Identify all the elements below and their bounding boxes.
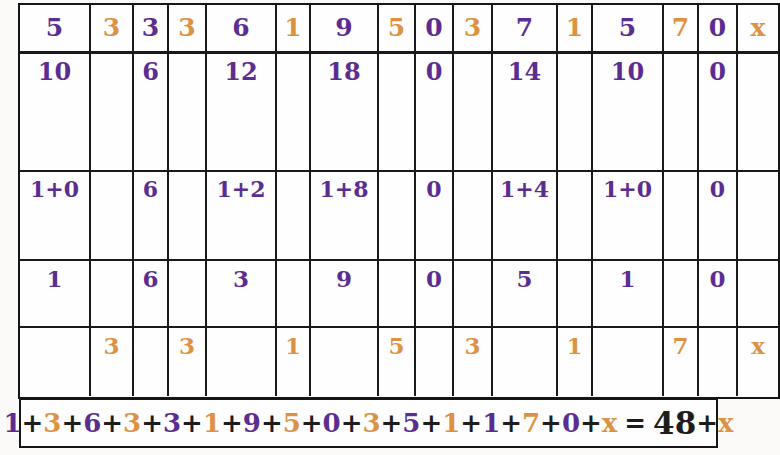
equation-token: 0 [562,408,580,438]
cell-doubled-row-col1: 10 [20,54,91,172]
cell-untouched-digits-row-col3 [134,328,169,396]
equation-token: = [624,408,646,438]
checksum-equation: 1+3+6+3+3+1+9+5+0+3+5+1+1+7+0+x=48+x [19,398,718,448]
cell-untouched-digits-row-col14: 7 [664,328,699,396]
equation-token: + [101,408,123,438]
cell-untouched-digits-row-col8: 5 [379,328,416,396]
cell-digits-row-col15: 0 [699,5,738,54]
equation-token: 6 [83,408,101,438]
cell-digit-split-row-col12 [558,172,593,261]
cell-digit-split-row-col2 [91,172,134,261]
equation-token: 5 [402,408,420,438]
equation-token: + [301,408,323,438]
cell-digits-row-col5: 6 [207,5,277,54]
equation-token: + [500,408,522,438]
cell-untouched-digits-row-col16: x [738,328,778,396]
equation-token: + [61,408,83,438]
cell-digits-row-col10: 3 [454,5,493,54]
cell-digit-split-row-col11: 1+4 [493,172,558,261]
cell-doubled-row-col14 [664,54,699,172]
cell-digit-sum-row-col11: 5 [493,261,558,328]
equation-token: 3 [123,408,141,438]
cell-digit-sum-row-col16 [738,261,778,328]
cell-digit-sum-row-col10 [454,261,493,328]
cell-digit-split-row-col10 [454,172,493,261]
cell-digit-sum-row-col7: 9 [311,261,379,328]
cell-untouched-digits-row-col9 [416,328,454,396]
cell-digit-split-row-col16 [738,172,778,261]
cell-doubled-row-col15: 0 [699,54,738,172]
cell-untouched-digits-row-col1 [20,328,91,396]
cell-digits-row-col1: 5 [20,5,91,54]
cell-digits-row-col16: x [738,5,778,54]
equation-token: + [221,408,243,438]
cell-digit-sum-row-col15: 0 [699,261,738,328]
cell-digit-split-row-col15: 0 [699,172,738,261]
cell-digits-row-col2: 3 [91,5,134,54]
cell-digit-sum-row-col1: 1 [20,261,91,328]
equation-token: 5 [283,408,301,438]
equation-token: + [141,408,163,438]
equation-token: 9 [243,408,261,438]
cell-digits-row-col9: 0 [416,5,454,54]
cell-digit-split-row-col3: 6 [134,172,169,261]
equation-token: + [540,408,562,438]
cell-doubled-row-col8 [379,54,416,172]
equation-token: x [602,408,618,438]
cell-digits-row-col13: 5 [593,5,664,54]
cell-digit-sum-row-col6 [277,261,311,328]
equation-token: 0 [323,408,341,438]
equation-token: 48 [653,405,696,441]
cell-digits-row-col7: 9 [311,5,379,54]
cell-digit-split-row-col4 [169,172,207,261]
cell-digit-sum-row-col9: 0 [416,261,454,328]
cell-digit-split-row-col9: 0 [416,172,454,261]
cell-doubled-row-col5: 12 [207,54,277,172]
cell-untouched-digits-row-col13 [593,328,664,396]
cell-digit-sum-row-col2 [91,261,134,328]
cell-untouched-digits-row-col5 [207,328,277,396]
equation-token: 1 [482,408,500,438]
cell-untouched-digits-row-col4: 3 [169,328,207,396]
cell-doubled-row-col9: 0 [416,54,454,172]
equation-token: + [420,408,442,438]
cell-digit-sum-row-col12 [558,261,593,328]
cell-doubled-row-col2 [91,54,134,172]
cell-digits-row-col8: 5 [379,5,416,54]
equation-token: + [460,408,482,438]
equation-token: + [22,408,44,438]
cell-digit-split-row-col6 [277,172,311,261]
cell-digits-row-col3: 3 [134,5,169,54]
cell-untouched-digits-row-col15 [699,328,738,396]
cell-doubled-row-col11: 14 [493,54,558,172]
cell-doubled-row-col16 [738,54,778,172]
cell-digit-split-row-col5: 1+2 [207,172,277,261]
cell-doubled-row-col3: 6 [134,54,169,172]
cell-digit-sum-row-col4 [169,261,207,328]
cell-digit-sum-row-col5: 3 [207,261,277,328]
cell-doubled-row-col6 [277,54,311,172]
cell-digit-sum-row-col8 [379,261,416,328]
cell-untouched-digits-row-col6: 1 [277,328,311,396]
cell-doubled-row-col13: 10 [593,54,664,172]
equation-token: 7 [522,408,540,438]
equation-token: 3 [43,408,61,438]
cell-digits-row-col12: 1 [558,5,593,54]
luhn-table: 533361950371570x10612180141001+061+21+80… [18,3,780,399]
equation-token: + [341,408,363,438]
cell-doubled-row-col12 [558,54,593,172]
equation-token: 1 [3,408,21,438]
equation-token: + [181,408,203,438]
cell-digits-row-col4: 3 [169,5,207,54]
cell-digit-split-row-col8 [379,172,416,261]
equation-token: 3 [362,408,380,438]
cell-digits-row-col11: 7 [493,5,558,54]
cell-digits-row-col6: 1 [277,5,311,54]
cell-digit-split-row-col7: 1+8 [311,172,379,261]
cell-digit-sum-row-col13: 1 [593,261,664,328]
cell-doubled-row-col4 [169,54,207,172]
equation-token: 3 [163,408,181,438]
cell-digit-split-row-col1: 1+0 [20,172,91,261]
cell-untouched-digits-row-col2: 3 [91,328,134,396]
cell-untouched-digits-row-col7 [311,328,379,396]
cell-doubled-row-col7: 18 [311,54,379,172]
equation-token: 1 [442,408,460,438]
cell-digit-split-row-col13: 1+0 [593,172,664,261]
cell-untouched-digits-row-col12: 1 [558,328,593,396]
cell-digit-split-row-col14 [664,172,699,261]
cell-digit-sum-row-col3: 6 [134,261,169,328]
cell-untouched-digits-row-col11 [493,328,558,396]
equation-token: + [381,408,403,438]
equation-token: x [718,408,734,438]
cell-digit-sum-row-col14 [664,261,699,328]
cell-doubled-row-col10 [454,54,493,172]
equation-token: + [580,408,602,438]
equation-token: + [696,408,718,438]
equation-token: 1 [203,408,221,438]
cell-untouched-digits-row-col10: 3 [454,328,493,396]
cell-digits-row-col14: 7 [664,5,699,54]
equation-token: + [261,408,283,438]
